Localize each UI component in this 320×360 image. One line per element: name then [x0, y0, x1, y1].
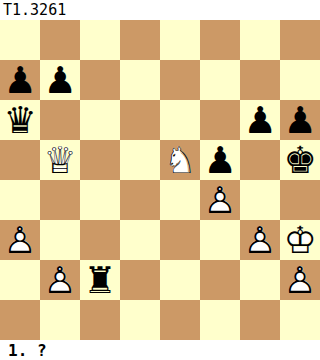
square-f4[interactable]: ♟♙	[200, 180, 240, 220]
square-c3[interactable]	[80, 220, 120, 260]
square-h7[interactable]	[280, 60, 320, 100]
square-a8[interactable]	[0, 20, 40, 60]
square-h6[interactable]: ♟	[280, 100, 320, 140]
piece-white-pawn[interactable]: ♟♙	[0, 220, 40, 260]
square-h8[interactable]	[280, 20, 320, 60]
piece-glyph: ♙	[240, 220, 280, 260]
square-g6[interactable]: ♟	[240, 100, 280, 140]
piece-glyph: ♛	[0, 100, 40, 140]
square-e2[interactable]	[160, 260, 200, 300]
square-f5[interactable]: ♟	[200, 140, 240, 180]
square-b6[interactable]	[40, 100, 80, 140]
square-h2[interactable]: ♟♙	[280, 260, 320, 300]
square-b2[interactable]: ♟♙	[40, 260, 80, 300]
piece-glyph: ♔	[280, 220, 320, 260]
square-g3[interactable]: ♟♙	[240, 220, 280, 260]
square-c2[interactable]: ♜	[80, 260, 120, 300]
piece-black-pawn[interactable]: ♟	[40, 60, 80, 100]
square-b8[interactable]	[40, 20, 80, 60]
square-f2[interactable]	[200, 260, 240, 300]
piece-glyph: ♟	[200, 140, 240, 180]
square-e7[interactable]	[160, 60, 200, 100]
piece-white-pawn[interactable]: ♟♙	[40, 260, 80, 300]
square-g4[interactable]	[240, 180, 280, 220]
chess-board: ♟♟♛♟♟♛♕♞♘♟♚♟♙♟♙♟♙♚♔♟♙♜♟♙	[0, 20, 320, 340]
piece-black-pawn[interactable]: ♟	[0, 60, 40, 100]
square-b5[interactable]: ♛♕	[40, 140, 80, 180]
piece-glyph: ♚	[280, 140, 320, 180]
square-f7[interactable]	[200, 60, 240, 100]
puzzle-id: T1.3261	[0, 0, 320, 20]
square-e5[interactable]: ♞♘	[160, 140, 200, 180]
piece-black-pawn[interactable]: ♟	[200, 140, 240, 180]
square-g8[interactable]	[240, 20, 280, 60]
square-h4[interactable]	[280, 180, 320, 220]
piece-white-pawn[interactable]: ♟♙	[240, 220, 280, 260]
piece-white-knight[interactable]: ♞♘	[160, 140, 200, 180]
square-e1[interactable]	[160, 300, 200, 340]
square-h5[interactable]: ♚	[280, 140, 320, 180]
square-d5[interactable]	[120, 140, 160, 180]
square-e8[interactable]	[160, 20, 200, 60]
square-d8[interactable]	[120, 20, 160, 60]
piece-glyph: ♟	[0, 60, 40, 100]
piece-glyph: ♟	[280, 100, 320, 140]
piece-glyph: ♙	[0, 220, 40, 260]
square-d3[interactable]	[120, 220, 160, 260]
piece-black-rook[interactable]: ♜	[80, 260, 120, 300]
square-c8[interactable]	[80, 20, 120, 60]
piece-glyph: ♘	[160, 140, 200, 180]
square-c5[interactable]	[80, 140, 120, 180]
move-prompt: 1. ?	[0, 340, 320, 360]
piece-glyph: ♕	[40, 140, 80, 180]
piece-glyph: ♙	[280, 260, 320, 300]
piece-white-pawn[interactable]: ♟♙	[200, 180, 240, 220]
square-f8[interactable]	[200, 20, 240, 60]
square-a4[interactable]	[0, 180, 40, 220]
square-d1[interactable]	[120, 300, 160, 340]
piece-glyph: ♟	[240, 100, 280, 140]
square-d7[interactable]	[120, 60, 160, 100]
square-b3[interactable]	[40, 220, 80, 260]
piece-glyph: ♙	[40, 260, 80, 300]
square-c1[interactable]	[80, 300, 120, 340]
square-d6[interactable]	[120, 100, 160, 140]
square-a3[interactable]: ♟♙	[0, 220, 40, 260]
square-b4[interactable]	[40, 180, 80, 220]
square-h1[interactable]	[280, 300, 320, 340]
square-e6[interactable]	[160, 100, 200, 140]
square-a2[interactable]	[0, 260, 40, 300]
piece-black-pawn[interactable]: ♟	[280, 100, 320, 140]
square-g5[interactable]	[240, 140, 280, 180]
piece-black-pawn[interactable]: ♟	[240, 100, 280, 140]
square-c7[interactable]	[80, 60, 120, 100]
square-a5[interactable]	[0, 140, 40, 180]
square-d4[interactable]	[120, 180, 160, 220]
square-b1[interactable]	[40, 300, 80, 340]
square-f1[interactable]	[200, 300, 240, 340]
square-g2[interactable]	[240, 260, 280, 300]
square-f3[interactable]	[200, 220, 240, 260]
square-g7[interactable]	[240, 60, 280, 100]
piece-black-queen[interactable]: ♛	[0, 100, 40, 140]
square-c4[interactable]	[80, 180, 120, 220]
square-a7[interactable]: ♟	[0, 60, 40, 100]
square-a6[interactable]: ♛	[0, 100, 40, 140]
square-e4[interactable]	[160, 180, 200, 220]
piece-black-king[interactable]: ♚	[280, 140, 320, 180]
square-a1[interactable]	[0, 300, 40, 340]
piece-glyph: ♟	[40, 60, 80, 100]
piece-glyph: ♙	[200, 180, 240, 220]
piece-white-king[interactable]: ♚♔	[280, 220, 320, 260]
square-g1[interactable]	[240, 300, 280, 340]
piece-white-pawn[interactable]: ♟♙	[280, 260, 320, 300]
square-d2[interactable]	[120, 260, 160, 300]
square-e3[interactable]	[160, 220, 200, 260]
piece-white-queen[interactable]: ♛♕	[40, 140, 80, 180]
square-h3[interactable]: ♚♔	[280, 220, 320, 260]
piece-glyph: ♜	[80, 260, 120, 300]
square-c6[interactable]	[80, 100, 120, 140]
square-f6[interactable]	[200, 100, 240, 140]
square-b7[interactable]: ♟	[40, 60, 80, 100]
